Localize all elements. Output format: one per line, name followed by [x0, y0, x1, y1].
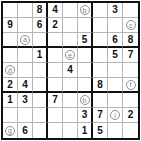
circled-letter-h: h [80, 95, 90, 105]
cell-r3c7[interactable] [93, 33, 108, 48]
given-digit: 5 [82, 35, 88, 45]
cell-r1c5[interactable] [63, 3, 78, 18]
cell-r2c4[interactable]: 2 [48, 18, 63, 33]
cell-r8c7[interactable]: 7 [93, 108, 108, 123]
given-digit: 6 [22, 126, 28, 136]
cell-r7c8[interactable] [108, 93, 123, 108]
cell-r1c3[interactable]: 8 [33, 3, 48, 18]
cell-r2c2[interactable] [18, 18, 33, 33]
cell-r9c8[interactable] [108, 123, 123, 138]
cell-r8c2[interactable] [18, 108, 33, 123]
given-digit: 5 [112, 50, 118, 60]
given-digit: 7 [128, 50, 134, 60]
circled-letter-f: f [126, 80, 136, 90]
cell-r9c3[interactable] [33, 123, 48, 138]
cell-r9c1[interactable]: g [3, 123, 18, 138]
cell-r2c6[interactable] [78, 18, 93, 33]
given-digit: 3 [82, 110, 88, 120]
cell-r7c5[interactable] [63, 93, 78, 108]
given-digit: 3 [112, 5, 118, 15]
cell-r1c7[interactable] [93, 3, 108, 18]
cell-r4c1[interactable] [3, 48, 18, 63]
cell-r8c9[interactable]: 2 [123, 108, 138, 123]
given-digit: 3 [22, 95, 28, 105]
given-digit: 2 [7, 80, 13, 90]
cell-r2c9[interactable]: c [123, 18, 138, 33]
cell-r7c9[interactable] [123, 93, 138, 108]
cell-r5c3[interactable] [33, 63, 48, 78]
cell-r3c1[interactable] [3, 33, 18, 48]
cell-r1c9[interactable] [123, 3, 138, 18]
cell-r6c2[interactable]: 4 [18, 78, 33, 93]
cell-r1c8[interactable]: 3 [108, 3, 123, 18]
cell-r3c3[interactable] [33, 33, 48, 48]
cell-r5c6[interactable] [78, 63, 93, 78]
cell-r1c2[interactable] [18, 3, 33, 18]
cell-r4c6[interactable] [78, 48, 93, 63]
given-digit: 2 [52, 20, 58, 30]
given-digit: 8 [97, 80, 103, 90]
cell-r6c3[interactable] [33, 78, 48, 93]
cell-r4c2[interactable] [18, 48, 33, 63]
cell-r5c9[interactable] [123, 63, 138, 78]
circled-letter-i: i [110, 110, 120, 120]
circled-letter-b: b [80, 5, 90, 15]
cell-r9c9[interactable] [123, 123, 138, 138]
sudoku-page: 84b3962ca5681e57d4248f137h37i2g615 [0, 0, 141, 141]
cell-r8c6[interactable]: 3 [78, 108, 93, 123]
circled-letter-c: c [126, 20, 136, 30]
cell-r7c6[interactable]: h [78, 93, 93, 108]
cell-r1c1[interactable] [3, 3, 18, 18]
given-digit: 8 [37, 5, 43, 15]
cell-r3c9[interactable]: 8 [123, 33, 138, 48]
cell-r5c1[interactable]: d [3, 63, 18, 78]
cell-r5c8[interactable] [108, 63, 123, 78]
circled-letter-d: d [5, 65, 15, 75]
given-digit: 4 [52, 5, 58, 15]
cell-r6c7[interactable]: 8 [93, 78, 108, 93]
cell-r9c6[interactable]: 1 [78, 123, 93, 138]
cell-r9c2[interactable]: 6 [18, 123, 33, 138]
given-digit: 7 [97, 110, 103, 120]
given-digit: 5 [97, 126, 103, 136]
cell-r6c1[interactable]: 2 [3, 78, 18, 93]
cell-r6c5[interactable] [63, 78, 78, 93]
cell-r2c8[interactable] [108, 18, 123, 33]
cell-r4c7[interactable] [93, 48, 108, 63]
given-digit: 4 [67, 65, 73, 75]
cell-r7c3[interactable] [33, 93, 48, 108]
cell-r9c7[interactable]: 5 [93, 123, 108, 138]
cell-r6c8[interactable] [108, 78, 123, 93]
cell-r4c4[interactable] [48, 48, 63, 63]
given-digit: 4 [22, 80, 28, 90]
given-digit: 9 [7, 20, 13, 30]
cell-r7c4[interactable]: 7 [48, 93, 63, 108]
cell-r8c8[interactable]: i [108, 108, 123, 123]
cell-r7c2[interactable]: 3 [18, 93, 33, 108]
circled-letter-e: e [65, 50, 75, 60]
cell-r8c4[interactable] [48, 108, 63, 123]
cell-r8c3[interactable] [33, 108, 48, 123]
cell-r3c4[interactable] [48, 33, 63, 48]
given-digit: 1 [7, 95, 13, 105]
given-digit: 1 [37, 50, 43, 60]
cell-r4c3[interactable]: 1 [33, 48, 48, 63]
cell-r2c7[interactable] [93, 18, 108, 33]
cell-r2c5[interactable] [63, 18, 78, 33]
cell-r5c4[interactable] [48, 63, 63, 78]
circled-letter-g: g [5, 126, 15, 136]
cell-r5c2[interactable] [18, 63, 33, 78]
cell-r3c6[interactable]: 5 [78, 33, 93, 48]
cell-r8c5[interactable] [63, 108, 78, 123]
cell-r8c1[interactable] [3, 108, 18, 123]
given-digit: 2 [128, 110, 134, 120]
cell-r6c6[interactable] [78, 78, 93, 93]
cell-r4c8[interactable]: 5 [108, 48, 123, 63]
sudoku-board: 84b3962ca5681e57d4248f137h37i2g615 [1, 1, 140, 140]
cell-r2c1[interactable]: 9 [3, 18, 18, 33]
cell-r4c5[interactable]: e [63, 48, 78, 63]
cell-r5c7[interactable] [93, 63, 108, 78]
cell-r3c5[interactable] [63, 33, 78, 48]
cell-r5c5[interactable]: 4 [63, 63, 78, 78]
cell-r6c4[interactable] [48, 78, 63, 93]
cell-r6c9[interactable]: f [123, 78, 138, 93]
given-digit: 6 [37, 20, 43, 30]
given-digit: 8 [128, 35, 134, 45]
given-digit: 1 [82, 126, 88, 136]
cell-r4c9[interactable]: 7 [123, 48, 138, 63]
cell-r9c5[interactable] [63, 123, 78, 138]
cell-r3c2[interactable]: a [18, 33, 33, 48]
circled-letter-a: a [20, 35, 30, 45]
cell-r1c6[interactable]: b [78, 3, 93, 18]
cell-r9c4[interactable] [48, 123, 63, 138]
cell-r1c4[interactable]: 4 [48, 3, 63, 18]
cell-r7c7[interactable] [93, 93, 108, 108]
given-digit: 6 [112, 35, 118, 45]
given-digit: 7 [52, 95, 58, 105]
cell-r7c1[interactable]: 1 [3, 93, 18, 108]
cell-r3c8[interactable]: 6 [108, 33, 123, 48]
cell-r2c3[interactable]: 6 [33, 18, 48, 33]
